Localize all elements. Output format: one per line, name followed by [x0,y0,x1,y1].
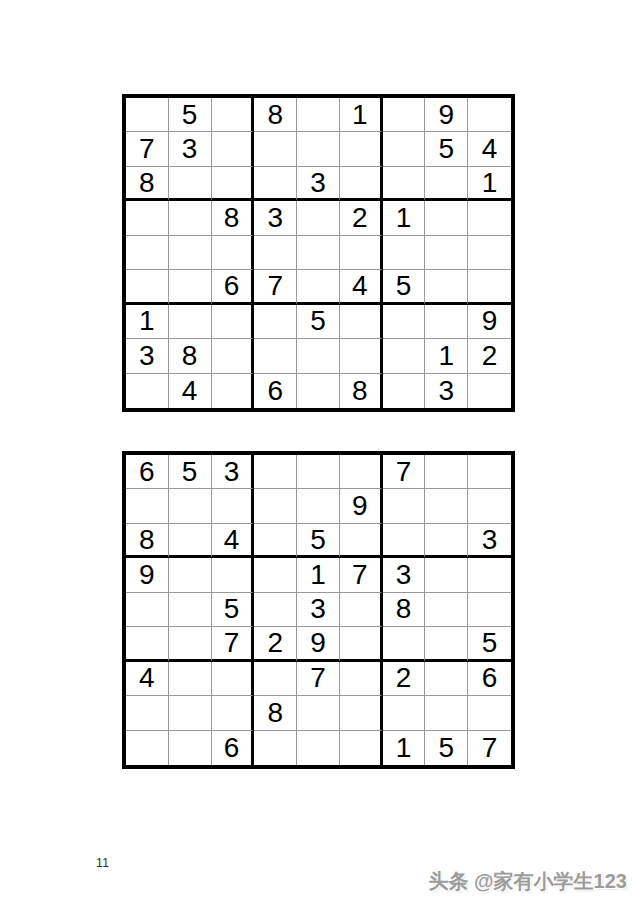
cell-r3c3: 4 [212,524,255,558]
cell-r9c3: 6 [212,731,255,765]
cell-r8c9: 2 [468,339,511,373]
cell-r3c2 [169,524,212,558]
cell-r4c1 [126,201,169,235]
cell-r8c7 [383,339,426,373]
cell-r4c7: 3 [383,558,426,592]
cell-r4c3: 8 [212,201,255,235]
cell-r3c3 [212,167,255,201]
cell-r4c8 [425,558,468,592]
cell-r6c5: 9 [297,627,340,661]
cell-r8c1 [126,696,169,730]
cell-r1c2: 5 [169,98,212,132]
cell-r2c5 [297,489,340,523]
cell-r9c9 [468,374,511,408]
cell-r1c4 [254,455,297,489]
cell-r8c3 [212,696,255,730]
cell-r3c7 [383,524,426,558]
cell-r6c8 [425,270,468,304]
cell-r4c3 [212,558,255,592]
cell-r7c1: 1 [126,305,169,339]
cell-r9c4 [254,731,297,765]
cell-r9c5 [297,731,340,765]
cell-r6c7: 5 [383,270,426,304]
cell-r9c5 [297,374,340,408]
cell-r8c8: 1 [425,339,468,373]
cell-r5c5: 3 [297,593,340,627]
cell-r7c3 [212,305,255,339]
cell-r6c9: 5 [468,627,511,661]
cell-r8c2 [169,696,212,730]
cell-r1c8: 9 [425,98,468,132]
cell-r1c9 [468,455,511,489]
cell-r5c3: 5 [212,593,255,627]
cell-r9c7 [383,374,426,408]
cell-r2c4 [254,132,297,166]
cell-r3c6 [340,167,383,201]
cell-r4c5: 1 [297,558,340,592]
cell-r2c3 [212,132,255,166]
cell-r4c1: 9 [126,558,169,592]
cell-r3c2 [169,167,212,201]
cell-r7c9: 6 [468,662,511,696]
cell-r2c7 [383,489,426,523]
cell-r1c7: 7 [383,455,426,489]
cell-r1c5 [297,98,340,132]
cell-r1c1 [126,98,169,132]
cell-r2c1: 7 [126,132,169,166]
cell-r7c4 [254,305,297,339]
cell-r4c9 [468,558,511,592]
cell-r6c6 [340,627,383,661]
cell-r4c2 [169,558,212,592]
cell-r5c7: 8 [383,593,426,627]
cell-r3c4 [254,167,297,201]
cell-r4c6: 7 [340,558,383,592]
cell-r1c3: 3 [212,455,255,489]
cell-r7c9: 9 [468,305,511,339]
cell-r3c9: 1 [468,167,511,201]
cell-r1c8 [425,455,468,489]
sudoku-grid-top: 581973548318321674515938124683 [122,94,515,412]
cell-r6c3: 7 [212,627,255,661]
cell-r2c2: 3 [169,132,212,166]
cell-r2c1 [126,489,169,523]
cell-r5c7 [383,236,426,270]
cell-r2c8: 5 [425,132,468,166]
cell-r3c9: 3 [468,524,511,558]
cell-r9c6: 8 [340,374,383,408]
cell-r1c6 [340,455,383,489]
cell-r9c9: 7 [468,731,511,765]
cell-r4c4: 3 [254,201,297,235]
cell-r5c3 [212,236,255,270]
cell-r7c6 [340,662,383,696]
cell-r5c6 [340,236,383,270]
cell-r3c1: 8 [126,524,169,558]
cell-r2c6 [340,132,383,166]
cell-r5c9 [468,236,511,270]
cell-r5c4 [254,593,297,627]
cell-r8c5 [297,696,340,730]
cell-r6c3: 6 [212,270,255,304]
cell-r7c5: 5 [297,305,340,339]
page-number: 11 [96,856,109,870]
cell-r7c2 [169,662,212,696]
cell-r5c2 [169,236,212,270]
cell-r3c5: 5 [297,524,340,558]
cell-r8c6 [340,696,383,730]
cell-r7c5: 7 [297,662,340,696]
cell-r8c7 [383,696,426,730]
sudoku-grid-bottom: 65379845391735387295472686157 [122,451,515,769]
cell-r2c5 [297,132,340,166]
cell-r3c8 [425,167,468,201]
cell-r2c4 [254,489,297,523]
cell-r9c2 [169,731,212,765]
cell-r7c4 [254,662,297,696]
cell-r1c1: 6 [126,455,169,489]
cell-r1c7 [383,98,426,132]
cell-r2c9: 4 [468,132,511,166]
cell-r9c1 [126,731,169,765]
cell-r2c7 [383,132,426,166]
cell-r5c2 [169,593,212,627]
cell-r5c5 [297,236,340,270]
cell-r5c4 [254,236,297,270]
cell-r3c8 [425,524,468,558]
cell-r7c8 [425,662,468,696]
cell-r6c9 [468,270,511,304]
cell-r3c4 [254,524,297,558]
cell-r5c8 [425,236,468,270]
cell-r5c1 [126,236,169,270]
cell-r3c5: 3 [297,167,340,201]
cell-r2c6: 9 [340,489,383,523]
watermark: 头条 @家有小学生123 [429,868,627,895]
cell-r6c6: 4 [340,270,383,304]
cell-r4c5 [297,201,340,235]
cell-r2c2 [169,489,212,523]
cell-r7c3 [212,662,255,696]
cell-r1c5 [297,455,340,489]
cell-r4c4 [254,558,297,592]
cell-r9c8: 3 [425,374,468,408]
cell-r8c9 [468,696,511,730]
cell-r9c7: 1 [383,731,426,765]
cell-r7c8 [425,305,468,339]
cell-r9c1 [126,374,169,408]
cell-r1c4: 8 [254,98,297,132]
cell-r5c1 [126,593,169,627]
cell-r8c1: 3 [126,339,169,373]
cell-r6c7 [383,627,426,661]
cell-r5c6 [340,593,383,627]
cell-r7c2 [169,305,212,339]
cell-r8c4 [254,339,297,373]
cell-r6c4: 2 [254,627,297,661]
cell-r6c1 [126,627,169,661]
cell-r9c2: 4 [169,374,212,408]
cell-r8c6 [340,339,383,373]
cell-r8c2: 8 [169,339,212,373]
cell-r2c9 [468,489,511,523]
cell-r1c2: 5 [169,455,212,489]
cell-r8c4: 8 [254,696,297,730]
cell-r8c3 [212,339,255,373]
cell-r9c3 [212,374,255,408]
cell-r6c1 [126,270,169,304]
worksheet-page: 581973548318321674515938124683 653798453… [0,0,640,906]
cell-r2c3 [212,489,255,523]
cell-r3c7 [383,167,426,201]
cell-r1c6: 1 [340,98,383,132]
cell-r8c5 [297,339,340,373]
cell-r9c4: 6 [254,374,297,408]
cell-r7c7 [383,305,426,339]
cell-r6c5 [297,270,340,304]
cell-r6c2 [169,627,212,661]
cell-r4c6: 2 [340,201,383,235]
cell-r4c8 [425,201,468,235]
cell-r5c9 [468,593,511,627]
cell-r4c9 [468,201,511,235]
cell-r6c4: 7 [254,270,297,304]
cell-r8c8 [425,696,468,730]
cell-r1c3 [212,98,255,132]
cell-r3c1: 8 [126,167,169,201]
cell-r3c6 [340,524,383,558]
cell-r6c2 [169,270,212,304]
cell-r4c2 [169,201,212,235]
cell-r6c8 [425,627,468,661]
cell-r4c7: 1 [383,201,426,235]
cell-r9c8: 5 [425,731,468,765]
cell-r7c7: 2 [383,662,426,696]
cell-r9c6 [340,731,383,765]
cell-r5c8 [425,593,468,627]
cell-r7c1: 4 [126,662,169,696]
cell-r2c8 [425,489,468,523]
cell-r1c9 [468,98,511,132]
cell-r7c6 [340,305,383,339]
